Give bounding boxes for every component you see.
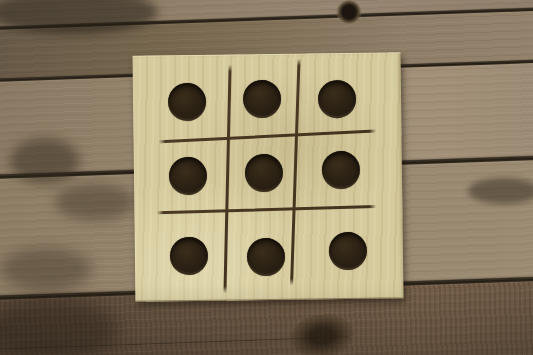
tictactoe-board: [133, 52, 404, 301]
empty-hole: [243, 80, 281, 118]
empty-hole: [169, 157, 207, 195]
empty-hole: [329, 232, 367, 270]
empty-hole: [245, 154, 283, 192]
photo: [0, 0, 533, 355]
cell-r1c2[interactable]: [231, 54, 302, 138]
empty-hole: [247, 238, 285, 276]
cell-r2c1[interactable]: [134, 137, 234, 210]
wood-knot-icon: [336, 0, 362, 24]
cell-r3c2[interactable]: [233, 209, 304, 301]
empty-hole: [318, 80, 356, 118]
empty-hole: [322, 151, 360, 189]
cell-r2c3[interactable]: [303, 135, 403, 208]
cell-r1c1[interactable]: [133, 54, 233, 138]
cell-r3c1[interactable]: [134, 209, 234, 301]
empty-hole: [170, 237, 208, 275]
cell-r1c3[interactable]: [301, 52, 401, 136]
cell-r2c2[interactable]: [233, 137, 304, 210]
cell-r3c3[interactable]: [303, 207, 403, 299]
empty-hole: [168, 83, 206, 121]
